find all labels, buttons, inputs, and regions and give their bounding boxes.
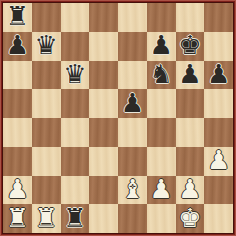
piece-white-pawn[interactable]: ♟ xyxy=(178,176,201,202)
square-h1[interactable] xyxy=(204,204,233,233)
square-c1[interactable]: ♜ xyxy=(61,204,90,233)
square-e8[interactable] xyxy=(118,3,147,32)
square-g5[interactable] xyxy=(176,89,205,118)
square-f8[interactable] xyxy=(147,3,176,32)
chess-board: ♜♟♛♟♚♛♞♟♟♟♟♟♝♟♟♜♜♜♚ xyxy=(3,3,233,233)
square-d2[interactable] xyxy=(89,176,118,205)
square-c5[interactable] xyxy=(61,89,90,118)
piece-black-pawn[interactable]: ♟ xyxy=(121,90,144,116)
square-f6[interactable]: ♞ xyxy=(147,61,176,90)
piece-white-rook[interactable]: ♜ xyxy=(34,205,57,231)
square-f2[interactable]: ♟ xyxy=(147,176,176,205)
square-a2[interactable]: ♟ xyxy=(3,176,32,205)
square-e1[interactable] xyxy=(118,204,147,233)
square-h7[interactable] xyxy=(204,32,233,61)
square-a7[interactable]: ♟ xyxy=(3,32,32,61)
square-d5[interactable] xyxy=(89,89,118,118)
piece-black-king[interactable]: ♚ xyxy=(178,32,201,58)
square-d6[interactable] xyxy=(89,61,118,90)
square-h2[interactable] xyxy=(204,176,233,205)
square-a1[interactable]: ♜ xyxy=(3,204,32,233)
square-c2[interactable] xyxy=(61,176,90,205)
square-h3[interactable]: ♟ xyxy=(204,147,233,176)
square-b7[interactable]: ♛ xyxy=(32,32,61,61)
square-c3[interactable] xyxy=(61,147,90,176)
square-a8[interactable]: ♜ xyxy=(3,3,32,32)
square-a6[interactable] xyxy=(3,61,32,90)
piece-black-pawn[interactable]: ♟ xyxy=(6,32,29,58)
square-g7[interactable]: ♚ xyxy=(176,32,205,61)
square-d1[interactable] xyxy=(89,204,118,233)
piece-white-rook[interactable]: ♜ xyxy=(6,205,29,231)
square-d8[interactable] xyxy=(89,3,118,32)
piece-black-knight[interactable]: ♞ xyxy=(149,61,172,87)
square-c8[interactable] xyxy=(61,3,90,32)
chess-board-frame: ♜♟♛♟♚♛♞♟♟♟♟♟♝♟♟♜♜♜♚ xyxy=(0,0,236,236)
square-g1[interactable]: ♚ xyxy=(176,204,205,233)
piece-black-queen[interactable]: ♛ xyxy=(63,61,86,87)
piece-white-king[interactable]: ♚ xyxy=(178,205,201,231)
square-c4[interactable] xyxy=(61,118,90,147)
piece-white-pawn[interactable]: ♟ xyxy=(149,176,172,202)
square-b2[interactable] xyxy=(32,176,61,205)
square-e4[interactable] xyxy=(118,118,147,147)
piece-black-queen[interactable]: ♛ xyxy=(34,32,57,58)
square-a5[interactable] xyxy=(3,89,32,118)
square-c7[interactable] xyxy=(61,32,90,61)
square-a4[interactable] xyxy=(3,118,32,147)
piece-black-pawn[interactable]: ♟ xyxy=(207,61,230,87)
piece-white-pawn[interactable]: ♟ xyxy=(207,147,230,173)
piece-black-rook[interactable]: ♜ xyxy=(6,3,29,29)
square-c6[interactable]: ♛ xyxy=(61,61,90,90)
square-g3[interactable] xyxy=(176,147,205,176)
square-g4[interactable] xyxy=(176,118,205,147)
square-h4[interactable] xyxy=(204,118,233,147)
piece-black-pawn[interactable]: ♟ xyxy=(149,32,172,58)
square-h8[interactable] xyxy=(204,3,233,32)
square-b8[interactable] xyxy=(32,3,61,32)
piece-black-rook[interactable]: ♜ xyxy=(63,205,86,231)
square-d3[interactable] xyxy=(89,147,118,176)
square-d4[interactable] xyxy=(89,118,118,147)
square-f3[interactable] xyxy=(147,147,176,176)
square-g2[interactable]: ♟ xyxy=(176,176,205,205)
square-f7[interactable]: ♟ xyxy=(147,32,176,61)
piece-black-pawn[interactable]: ♟ xyxy=(178,61,201,87)
square-b1[interactable]: ♜ xyxy=(32,204,61,233)
square-f4[interactable] xyxy=(147,118,176,147)
square-h6[interactable]: ♟ xyxy=(204,61,233,90)
square-f1[interactable] xyxy=(147,204,176,233)
square-e3[interactable] xyxy=(118,147,147,176)
piece-white-pawn[interactable]: ♟ xyxy=(6,176,29,202)
square-f5[interactable] xyxy=(147,89,176,118)
piece-white-bishop[interactable]: ♝ xyxy=(121,176,144,202)
square-d7[interactable] xyxy=(89,32,118,61)
square-h5[interactable] xyxy=(204,89,233,118)
square-b6[interactable] xyxy=(32,61,61,90)
square-b3[interactable] xyxy=(32,147,61,176)
square-e5[interactable]: ♟ xyxy=(118,89,147,118)
square-e7[interactable] xyxy=(118,32,147,61)
square-b5[interactable] xyxy=(32,89,61,118)
square-g8[interactable] xyxy=(176,3,205,32)
square-a3[interactable] xyxy=(3,147,32,176)
square-e6[interactable] xyxy=(118,61,147,90)
square-e2[interactable]: ♝ xyxy=(118,176,147,205)
square-b4[interactable] xyxy=(32,118,61,147)
square-g6[interactable]: ♟ xyxy=(176,61,205,90)
